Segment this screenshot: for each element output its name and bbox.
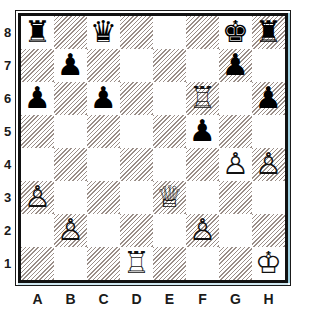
square-b5 (54, 115, 87, 148)
square-d6 (120, 82, 153, 115)
square-h4: ♙ (252, 148, 285, 181)
file-label-h: H (252, 290, 285, 308)
square-h8: ♜ (252, 16, 285, 49)
black-pawn-h6: ♟ (252, 82, 285, 115)
file-label-f: F (186, 290, 219, 308)
square-g7: ♟ (219, 49, 252, 82)
square-e8 (153, 16, 186, 49)
file-label-a: A (21, 290, 54, 308)
square-a1 (21, 247, 54, 280)
chess-diagram: 87654321 ♜♛♚♜♟♟♟♟♖♟♟♙♙♙♕♙♙♖♔ ABCDEFGH (0, 0, 314, 320)
square-f1 (186, 247, 219, 280)
black-rook-a8: ♜ (21, 16, 54, 49)
white-pawn-a3: ♙ (21, 181, 54, 214)
square-d1: ♖ (120, 247, 153, 280)
square-e7 (153, 49, 186, 82)
black-rook-h8: ♜ (252, 16, 285, 49)
square-d2 (120, 214, 153, 247)
square-b4 (54, 148, 87, 181)
square-d3 (120, 181, 153, 214)
square-d4 (120, 148, 153, 181)
square-d7 (120, 49, 153, 82)
white-king-h1: ♔ (252, 247, 285, 280)
square-c5 (87, 115, 120, 148)
black-pawn-b7: ♟ (54, 49, 87, 82)
white-pawn-g4: ♙ (219, 148, 252, 181)
square-h7 (252, 49, 285, 82)
white-rook-f6: ♖ (186, 82, 219, 115)
square-a3: ♙ (21, 181, 54, 214)
square-c2 (87, 214, 120, 247)
square-h2 (252, 214, 285, 247)
square-g2 (219, 214, 252, 247)
rank-label-7: 7 (1, 49, 14, 82)
square-h6: ♟ (252, 82, 285, 115)
square-f6: ♖ (186, 82, 219, 115)
square-g3 (219, 181, 252, 214)
rank-label-1: 1 (1, 247, 14, 280)
square-g4: ♙ (219, 148, 252, 181)
square-a4 (21, 148, 54, 181)
square-f2: ♙ (186, 214, 219, 247)
square-b1 (54, 247, 87, 280)
square-c7 (87, 49, 120, 82)
square-a7 (21, 49, 54, 82)
square-b2: ♙ (54, 214, 87, 247)
rank-label-5: 5 (1, 115, 14, 148)
square-c6: ♟ (87, 82, 120, 115)
square-e3: ♕ (153, 181, 186, 214)
square-b8 (54, 16, 87, 49)
black-pawn-f5: ♟ (186, 115, 219, 148)
square-d5 (120, 115, 153, 148)
square-h1: ♔ (252, 247, 285, 280)
square-a2 (21, 214, 54, 247)
square-b3 (54, 181, 87, 214)
black-pawn-g7: ♟ (219, 49, 252, 82)
square-b6 (54, 82, 87, 115)
square-e5 (153, 115, 186, 148)
square-c4 (87, 148, 120, 181)
file-label-d: D (120, 290, 153, 308)
rank-label-2: 2 (1, 214, 14, 247)
square-e4 (153, 148, 186, 181)
rank-label-8: 8 (1, 16, 14, 49)
square-c8: ♛ (87, 16, 120, 49)
rank-label-3: 3 (1, 181, 14, 214)
square-a8: ♜ (21, 16, 54, 49)
white-pawn-h4: ♙ (252, 148, 285, 181)
square-f7 (186, 49, 219, 82)
board-frame: ♜♛♚♜♟♟♟♟♖♟♟♙♙♙♕♙♙♖♔ (18, 13, 288, 283)
rank-label-6: 6 (1, 82, 14, 115)
square-g6 (219, 82, 252, 115)
square-c3 (87, 181, 120, 214)
square-d8 (120, 16, 153, 49)
board-grid: ♜♛♚♜♟♟♟♟♖♟♟♙♙♙♕♙♙♖♔ (21, 16, 285, 280)
square-g5 (219, 115, 252, 148)
rank-label-4: 4 (1, 148, 14, 181)
square-h3 (252, 181, 285, 214)
black-pawn-c6: ♟ (87, 82, 120, 115)
white-rook-d1: ♖ (120, 247, 153, 280)
square-a6: ♟ (21, 82, 54, 115)
file-label-c: C (87, 290, 120, 308)
square-f8 (186, 16, 219, 49)
square-c1 (87, 247, 120, 280)
file-labels: ABCDEFGH (21, 290, 285, 308)
square-f5: ♟ (186, 115, 219, 148)
square-e1 (153, 247, 186, 280)
square-e6 (153, 82, 186, 115)
white-pawn-b2: ♙ (54, 214, 87, 247)
square-b7: ♟ (54, 49, 87, 82)
square-a5 (21, 115, 54, 148)
square-f4 (186, 148, 219, 181)
file-label-e: E (153, 290, 186, 308)
white-pawn-f2: ♙ (186, 214, 219, 247)
black-pawn-a6: ♟ (21, 82, 54, 115)
rank-labels: 87654321 (1, 16, 14, 280)
file-label-b: B (54, 290, 87, 308)
black-king-g8: ♚ (219, 16, 252, 49)
chess-board: ♜♛♚♜♟♟♟♟♖♟♟♙♙♙♕♙♙♖♔ (15, 10, 291, 286)
square-g8: ♚ (219, 16, 252, 49)
file-label-g: G (219, 290, 252, 308)
square-e2 (153, 214, 186, 247)
square-h5 (252, 115, 285, 148)
square-f3 (186, 181, 219, 214)
white-queen-e3: ♕ (153, 181, 186, 214)
black-queen-c8: ♛ (87, 16, 120, 49)
square-g1 (219, 247, 252, 280)
